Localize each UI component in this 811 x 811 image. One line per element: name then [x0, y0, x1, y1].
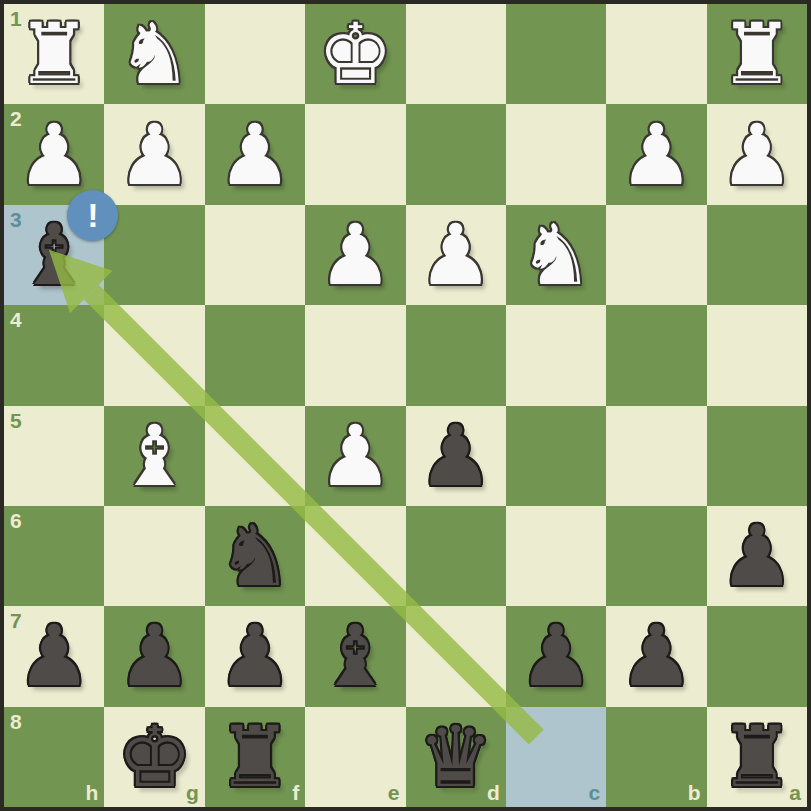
square-g3[interactable] — [104, 205, 204, 305]
square-a7[interactable] — [707, 606, 807, 706]
square-g8[interactable]: g♚ — [104, 707, 204, 807]
white-rook-h1[interactable]: ♜ — [17, 12, 92, 96]
square-f6[interactable]: ♞ — [205, 506, 305, 606]
square-h7[interactable]: 7♟ — [4, 606, 104, 706]
square-a6[interactable]: ♟ — [707, 506, 807, 606]
file-label-h: h — [86, 781, 99, 805]
square-c7[interactable]: ♟ — [506, 606, 606, 706]
square-f5[interactable] — [205, 406, 305, 506]
rank-label-3: 3 — [10, 208, 22, 232]
square-e4[interactable] — [305, 305, 405, 405]
square-e2[interactable] — [305, 104, 405, 204]
square-f1[interactable] — [205, 4, 305, 104]
square-a1[interactable]: ♜ — [707, 4, 807, 104]
square-e7[interactable]: ♝ — [305, 606, 405, 706]
square-a8[interactable]: a♜ — [707, 707, 807, 807]
white-rook-a1[interactable]: ♜ — [719, 12, 794, 96]
square-b8[interactable]: b — [606, 707, 706, 807]
square-d5[interactable]: ♟ — [406, 406, 506, 506]
white-king-e1[interactable]: ♚ — [318, 12, 393, 96]
square-c2[interactable] — [506, 104, 606, 204]
square-b6[interactable] — [606, 506, 706, 606]
square-c8[interactable]: c — [506, 707, 606, 807]
square-a4[interactable] — [707, 305, 807, 405]
square-f7[interactable]: ♟ — [205, 606, 305, 706]
badge-symbol: ! — [87, 198, 98, 232]
square-d8[interactable]: d♛ — [406, 707, 506, 807]
square-d1[interactable] — [406, 4, 506, 104]
black-knight-f6[interactable]: ♞ — [217, 514, 292, 598]
square-d3[interactable]: ♟ — [406, 205, 506, 305]
rank-label-4: 4 — [10, 308, 22, 332]
square-a5[interactable] — [707, 406, 807, 506]
square-f8[interactable]: f♜ — [205, 707, 305, 807]
file-label-c: c — [589, 781, 601, 805]
square-e5[interactable]: ♟ — [305, 406, 405, 506]
file-label-f: f — [292, 781, 299, 805]
file-label-a: a — [789, 781, 801, 805]
black-queen-d8[interactable]: ♛ — [418, 715, 493, 799]
rank-label-1: 1 — [10, 7, 22, 31]
white-knight-g1[interactable]: ♞ — [117, 12, 192, 96]
square-c6[interactable] — [506, 506, 606, 606]
black-bishop-e7[interactable]: ♝ — [318, 614, 393, 698]
rank-label-5: 5 — [10, 409, 22, 433]
square-g6[interactable] — [104, 506, 204, 606]
square-f2[interactable]: ♟ — [205, 104, 305, 204]
square-g2[interactable]: ♟ — [104, 104, 204, 204]
file-label-e: e — [388, 781, 400, 805]
square-e1[interactable]: ♚ — [305, 4, 405, 104]
square-c4[interactable] — [506, 305, 606, 405]
square-b2[interactable]: ♟ — [606, 104, 706, 204]
great-move-badge-icon: ! — [67, 190, 118, 241]
square-b1[interactable] — [606, 4, 706, 104]
square-h5[interactable]: 5 — [4, 406, 104, 506]
square-e6[interactable] — [305, 506, 405, 606]
white-pawn-h2[interactable]: ♟ — [17, 113, 92, 197]
square-c1[interactable] — [506, 4, 606, 104]
square-d4[interactable] — [406, 305, 506, 405]
black-pawn-d5[interactable]: ♟ — [418, 414, 493, 498]
square-d6[interactable] — [406, 506, 506, 606]
white-pawn-e5[interactable]: ♟ — [318, 414, 393, 498]
square-d2[interactable] — [406, 104, 506, 204]
square-c3[interactable]: ♞ — [506, 205, 606, 305]
square-b5[interactable] — [606, 406, 706, 506]
square-a3[interactable] — [707, 205, 807, 305]
black-pawn-h7[interactable]: ♟ — [17, 614, 92, 698]
square-g1[interactable]: ♞ — [104, 4, 204, 104]
white-pawn-a2[interactable]: ♟ — [719, 113, 794, 197]
white-pawn-f2[interactable]: ♟ — [217, 113, 292, 197]
rank-label-2: 2 — [10, 107, 22, 131]
square-e3[interactable]: ♟ — [305, 205, 405, 305]
white-pawn-d3[interactable]: ♟ — [418, 213, 493, 297]
chess-board: 1♜♞♚♜2♟♟♟♟♟3♝♟♟♞45♝♟♟6♞♟7♟♟♟♝♟♟8hg♚f♜ed♛… — [0, 0, 811, 811]
file-label-b: b — [688, 781, 701, 805]
square-c5[interactable] — [506, 406, 606, 506]
square-h8[interactable]: 8h — [4, 707, 104, 807]
white-pawn-b2[interactable]: ♟ — [619, 113, 694, 197]
rank-label-6: 6 — [10, 509, 22, 533]
square-b4[interactable] — [606, 305, 706, 405]
file-label-g: g — [186, 781, 199, 805]
white-pawn-g2[interactable]: ♟ — [117, 113, 192, 197]
white-bishop-g5[interactable]: ♝ — [117, 414, 192, 498]
black-pawn-c7[interactable]: ♟ — [518, 614, 593, 698]
black-rook-a8[interactable]: ♜ — [719, 715, 794, 799]
square-a2[interactable]: ♟ — [707, 104, 807, 204]
square-g4[interactable] — [104, 305, 204, 405]
square-f4[interactable] — [205, 305, 305, 405]
rank-label-8: 8 — [10, 710, 22, 734]
black-pawn-f7[interactable]: ♟ — [217, 614, 292, 698]
file-label-d: d — [487, 781, 500, 805]
square-b7[interactable]: ♟ — [606, 606, 706, 706]
square-e8[interactable]: e — [305, 707, 405, 807]
square-b3[interactable] — [606, 205, 706, 305]
black-rook-f8[interactable]: ♜ — [217, 715, 292, 799]
black-pawn-b7[interactable]: ♟ — [619, 614, 694, 698]
square-h1[interactable]: 1♜ — [4, 4, 104, 104]
square-h6[interactable]: 6 — [4, 506, 104, 606]
square-g7[interactable]: ♟ — [104, 606, 204, 706]
square-h4[interactable]: 4 — [4, 305, 104, 405]
black-pawn-a6[interactable]: ♟ — [719, 514, 794, 598]
square-d7[interactable] — [406, 606, 506, 706]
black-pawn-g7[interactable]: ♟ — [117, 614, 192, 698]
rank-label-7: 7 — [10, 609, 22, 633]
board-grid: 1♜♞♚♜2♟♟♟♟♟3♝♟♟♞45♝♟♟6♞♟7♟♟♟♝♟♟8hg♚f♜ed♛… — [4, 4, 807, 807]
white-pawn-e3[interactable]: ♟ — [318, 213, 393, 297]
square-g5[interactable]: ♝ — [104, 406, 204, 506]
square-f3[interactable] — [205, 205, 305, 305]
black-king-g8[interactable]: ♚ — [117, 715, 192, 799]
white-knight-c3[interactable]: ♞ — [518, 213, 593, 297]
